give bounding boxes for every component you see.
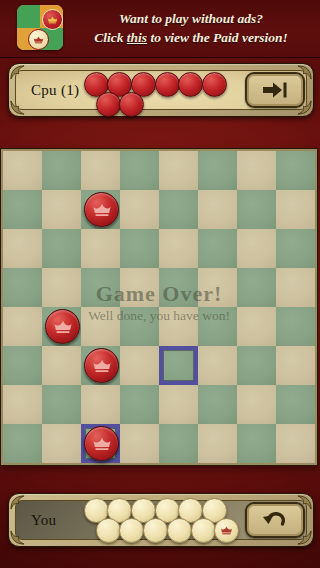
square-r1c6[interactable]: [237, 190, 276, 229]
square-r1c5[interactable]: [198, 190, 237, 229]
square-r7c0[interactable]: [3, 424, 42, 463]
square-r5c6[interactable]: [237, 346, 276, 385]
icon-square-green: [17, 5, 40, 28]
captured-cream-piece: [191, 518, 216, 543]
icon-cream-king-piece: [28, 29, 49, 50]
square-r1c4[interactable]: [159, 190, 198, 229]
square-r6c3[interactable]: [120, 385, 159, 424]
square-r2c1[interactable]: [42, 229, 81, 268]
ad-this-link[interactable]: this: [127, 30, 147, 45]
square-r5c0[interactable]: [3, 346, 42, 385]
checkers-app-screen: Want to play without ads? Click this to …: [0, 0, 320, 568]
captured-cream-king-piece: [214, 518, 239, 543]
icon-red-king-piece: [42, 9, 63, 30]
square-r2c0[interactable]: [3, 229, 42, 268]
red-king-piece[interactable]: [84, 192, 119, 227]
square-r6c5[interactable]: [198, 385, 237, 424]
square-r0c1[interactable]: [42, 151, 81, 190]
checkers-app-icon: [17, 5, 63, 50]
captured-red-piece: [155, 72, 180, 97]
square-r0c0[interactable]: [3, 151, 42, 190]
square-r0c4[interactable]: [159, 151, 198, 190]
you-tray: You: [8, 493, 314, 547]
captured-red-piece: [119, 92, 144, 117]
square-r5c2[interactable]: [81, 346, 120, 385]
cpu-tray: Cpu (1): [8, 63, 314, 117]
game-over-title: Game Over!: [1, 281, 317, 307]
square-r1c0[interactable]: [3, 190, 42, 229]
captured-cream-piece: [96, 518, 121, 543]
red-king-piece[interactable]: [84, 348, 119, 383]
square-r5c7[interactable]: [276, 346, 315, 385]
square-r7c6[interactable]: [237, 424, 276, 463]
ad-banner[interactable]: Want to play without ads? Click this to …: [0, 0, 320, 58]
captured-red-piece: [96, 92, 121, 117]
captured-cream-piece: [143, 518, 168, 543]
ad-text: Want to play without ads? Click this to …: [66, 3, 316, 53]
square-r7c7[interactable]: [276, 424, 315, 463]
square-r2c7[interactable]: [276, 229, 315, 268]
captured-red-piece: [178, 72, 203, 97]
square-r6c6[interactable]: [237, 385, 276, 424]
square-r5c4[interactable]: [159, 346, 198, 385]
square-r0c3[interactable]: [120, 151, 159, 190]
undo-button[interactable]: [245, 502, 305, 538]
ad-line-1: Want to play without ads?: [66, 9, 316, 28]
square-r2c2[interactable]: [81, 229, 120, 268]
square-r0c5[interactable]: [198, 151, 237, 190]
ad-line-2: Click this to view the Paid version!: [66, 28, 316, 47]
square-r1c3[interactable]: [120, 190, 159, 229]
square-r2c6[interactable]: [237, 229, 276, 268]
square-r5c5[interactable]: [198, 346, 237, 385]
square-r2c5[interactable]: [198, 229, 237, 268]
captured-cream-piece: [119, 518, 144, 543]
square-r1c1[interactable]: [42, 190, 81, 229]
square-r6c4[interactable]: [159, 385, 198, 424]
square-r2c3[interactable]: [120, 229, 159, 268]
skip-to-end-icon: [261, 80, 289, 100]
captured-red-piece: [202, 72, 227, 97]
square-r0c2[interactable]: [81, 151, 120, 190]
square-r5c1[interactable]: [42, 346, 81, 385]
red-king-piece[interactable]: [84, 426, 119, 461]
square-r7c5[interactable]: [198, 424, 237, 463]
skip-to-end-button[interactable]: [245, 72, 305, 108]
checkers-board: [1, 149, 317, 465]
square-r7c3[interactable]: [120, 424, 159, 463]
square-r0c7[interactable]: [276, 151, 315, 190]
square-r7c1[interactable]: [42, 424, 81, 463]
square-r7c2[interactable]: [81, 424, 120, 463]
captured-cream-piece: [167, 518, 192, 543]
square-r1c2[interactable]: [81, 190, 120, 229]
square-r6c2[interactable]: [81, 385, 120, 424]
square-r1c7[interactable]: [276, 190, 315, 229]
square-r7c4[interactable]: [159, 424, 198, 463]
square-r6c1[interactable]: [42, 385, 81, 424]
square-r0c6[interactable]: [237, 151, 276, 190]
square-r6c0[interactable]: [3, 385, 42, 424]
undo-icon: [261, 509, 289, 531]
square-r6c7[interactable]: [276, 385, 315, 424]
square-r5c3[interactable]: [120, 346, 159, 385]
game-over-subtitle: Well done, you have won!: [1, 308, 317, 324]
square-r2c4[interactable]: [159, 229, 198, 268]
